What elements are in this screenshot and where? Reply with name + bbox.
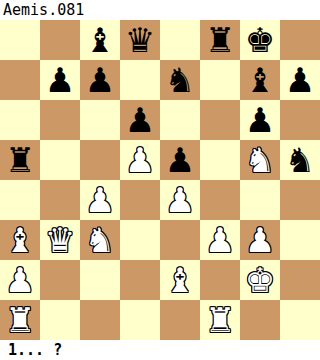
square-f8[interactable]: ♜ <box>200 20 240 60</box>
square-g8[interactable]: ♚ <box>240 20 280 60</box>
black-pawn-icon: ♟ <box>165 140 195 180</box>
black-pawn-icon: ♟ <box>45 60 75 100</box>
black-rook-icon: ♜ <box>205 20 235 60</box>
square-d1[interactable] <box>120 300 160 340</box>
black-rook-icon: ♜ <box>5 140 35 180</box>
square-h3[interactable] <box>280 220 320 260</box>
square-a6[interactable] <box>0 100 40 140</box>
white-knight-icon: ♞ <box>245 140 275 180</box>
square-b8[interactable] <box>40 20 80 60</box>
square-a4[interactable] <box>0 180 40 220</box>
square-c7[interactable]: ♟ <box>80 60 120 100</box>
square-g1[interactable] <box>240 300 280 340</box>
square-d5[interactable]: ♟ <box>120 140 160 180</box>
square-c6[interactable] <box>80 100 120 140</box>
black-pawn-icon: ♟ <box>125 100 155 140</box>
square-a5[interactable]: ♜ <box>0 140 40 180</box>
square-b3[interactable]: ♛ <box>40 220 80 260</box>
square-e8[interactable] <box>160 20 200 60</box>
square-h7[interactable]: ♟ <box>280 60 320 100</box>
square-d4[interactable] <box>120 180 160 220</box>
square-f6[interactable] <box>200 100 240 140</box>
square-f1[interactable]: ♜ <box>200 300 240 340</box>
white-pawn-icon: ♟ <box>125 140 155 180</box>
square-b5[interactable] <box>40 140 80 180</box>
page-title: Aemis.081 <box>0 0 320 20</box>
square-c2[interactable] <box>80 260 120 300</box>
square-c3[interactable]: ♞ <box>80 220 120 260</box>
square-e4[interactable]: ♟ <box>160 180 200 220</box>
square-d7[interactable] <box>120 60 160 100</box>
square-e6[interactable] <box>160 100 200 140</box>
square-d8[interactable]: ♛ <box>120 20 160 60</box>
chess-program-window: Aemis.081 ♝♛♜♚♟♟♞♝♟♟♟♜♟♟♞♞♟♟♝♛♞♟♟♟♝♚♜♜ 1… <box>0 0 320 360</box>
white-queen-icon: ♛ <box>45 220 75 260</box>
square-f3[interactable]: ♟ <box>200 220 240 260</box>
square-c5[interactable] <box>80 140 120 180</box>
square-g2[interactable]: ♚ <box>240 260 280 300</box>
black-knight-icon: ♞ <box>165 60 195 100</box>
square-h6[interactable] <box>280 100 320 140</box>
square-a8[interactable] <box>0 20 40 60</box>
black-queen-icon: ♛ <box>125 20 155 60</box>
square-h5[interactable]: ♞ <box>280 140 320 180</box>
square-h2[interactable] <box>280 260 320 300</box>
square-g3[interactable]: ♟ <box>240 220 280 260</box>
square-e7[interactable]: ♞ <box>160 60 200 100</box>
white-rook-icon: ♜ <box>205 300 235 340</box>
square-a1[interactable]: ♜ <box>0 300 40 340</box>
white-bishop-icon: ♝ <box>5 220 35 260</box>
square-e1[interactable] <box>160 300 200 340</box>
square-g7[interactable]: ♝ <box>240 60 280 100</box>
black-king-icon: ♚ <box>245 20 275 60</box>
square-g6[interactable]: ♟ <box>240 100 280 140</box>
square-a7[interactable] <box>0 60 40 100</box>
square-b7[interactable]: ♟ <box>40 60 80 100</box>
white-rook-icon: ♜ <box>5 300 35 340</box>
white-pawn-icon: ♟ <box>245 220 275 260</box>
square-h1[interactable] <box>280 300 320 340</box>
black-pawn-icon: ♟ <box>245 100 275 140</box>
white-pawn-icon: ♟ <box>165 180 195 220</box>
square-c8[interactable]: ♝ <box>80 20 120 60</box>
square-a2[interactable]: ♟ <box>0 260 40 300</box>
square-d6[interactable]: ♟ <box>120 100 160 140</box>
black-bishop-icon: ♝ <box>245 60 275 100</box>
square-g5[interactable]: ♞ <box>240 140 280 180</box>
chess-board: ♝♛♜♚♟♟♞♝♟♟♟♜♟♟♞♞♟♟♝♛♞♟♟♟♝♚♜♜ <box>0 20 320 340</box>
square-f4[interactable] <box>200 180 240 220</box>
square-f2[interactable] <box>200 260 240 300</box>
square-b6[interactable] <box>40 100 80 140</box>
square-f7[interactable] <box>200 60 240 100</box>
square-b4[interactable] <box>40 180 80 220</box>
square-h8[interactable] <box>280 20 320 60</box>
square-a3[interactable]: ♝ <box>0 220 40 260</box>
square-d2[interactable] <box>120 260 160 300</box>
square-g4[interactable] <box>240 180 280 220</box>
square-e5[interactable]: ♟ <box>160 140 200 180</box>
white-pawn-icon: ♟ <box>5 260 35 300</box>
square-e2[interactable]: ♝ <box>160 260 200 300</box>
square-d3[interactable] <box>120 220 160 260</box>
black-pawn-icon: ♟ <box>85 60 115 100</box>
white-king-icon: ♚ <box>245 260 275 300</box>
white-pawn-icon: ♟ <box>205 220 235 260</box>
black-bishop-icon: ♝ <box>85 20 115 60</box>
white-bishop-icon: ♝ <box>165 260 195 300</box>
square-b2[interactable] <box>40 260 80 300</box>
move-prompt: 1... ? <box>0 340 320 360</box>
black-pawn-icon: ♟ <box>285 60 315 100</box>
square-e3[interactable] <box>160 220 200 260</box>
square-h4[interactable] <box>280 180 320 220</box>
white-knight-icon: ♞ <box>85 220 115 260</box>
black-knight-icon: ♞ <box>285 140 315 180</box>
square-b1[interactable] <box>40 300 80 340</box>
square-c1[interactable] <box>80 300 120 340</box>
white-pawn-icon: ♟ <box>85 180 115 220</box>
square-f5[interactable] <box>200 140 240 180</box>
square-c4[interactable]: ♟ <box>80 180 120 220</box>
